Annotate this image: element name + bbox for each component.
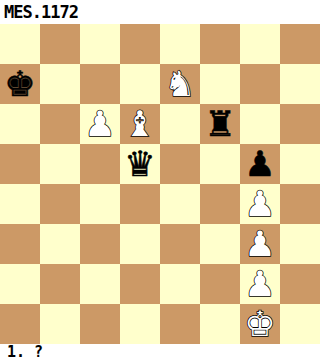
square-e4[interactable] [160, 184, 200, 224]
square-g8[interactable] [240, 24, 280, 64]
piece-black-king: ♚ [4, 64, 35, 104]
square-b2[interactable] [40, 264, 80, 304]
square-h1[interactable] [280, 304, 320, 344]
square-g3[interactable]: ♟ [240, 224, 280, 264]
square-g5[interactable]: ♟ [240, 144, 280, 184]
square-e2[interactable] [160, 264, 200, 304]
piece-white-king: ♚ [244, 304, 275, 344]
square-d3[interactable] [120, 224, 160, 264]
square-g2[interactable]: ♟ [240, 264, 280, 304]
square-a1[interactable] [0, 304, 40, 344]
square-f6[interactable]: ♜ [200, 104, 240, 144]
square-b6[interactable] [40, 104, 80, 144]
piece-white-bishop: ♝ [124, 104, 155, 144]
square-c1[interactable] [80, 304, 120, 344]
square-f8[interactable] [200, 24, 240, 64]
diagram-title: MES.1172 [4, 2, 78, 22]
square-d6[interactable]: ♝ [120, 104, 160, 144]
piece-black-queen: ♛ [124, 144, 155, 184]
square-a6[interactable] [0, 104, 40, 144]
piece-white-knight: ♞ [164, 64, 195, 104]
square-g7[interactable] [240, 64, 280, 104]
square-d8[interactable] [120, 24, 160, 64]
square-d4[interactable] [120, 184, 160, 224]
square-h6[interactable] [280, 104, 320, 144]
square-g1[interactable]: ♚ [240, 304, 280, 344]
square-a2[interactable] [0, 264, 40, 304]
square-a8[interactable] [0, 24, 40, 64]
square-b7[interactable] [40, 64, 80, 104]
square-d5[interactable]: ♛ [120, 144, 160, 184]
square-b5[interactable] [40, 144, 80, 184]
piece-white-pawn: ♟ [84, 104, 115, 144]
square-f7[interactable] [200, 64, 240, 104]
square-h3[interactable] [280, 224, 320, 264]
square-h8[interactable] [280, 24, 320, 64]
piece-black-rook: ♜ [204, 104, 235, 144]
square-f5[interactable] [200, 144, 240, 184]
square-f4[interactable] [200, 184, 240, 224]
piece-white-pawn: ♟ [244, 264, 275, 304]
square-h7[interactable] [280, 64, 320, 104]
chess-board: ♚♞♟♝♜♛♟♟♟♟♚ [0, 24, 320, 344]
square-c3[interactable] [80, 224, 120, 264]
square-f2[interactable] [200, 264, 240, 304]
square-a7[interactable]: ♚ [0, 64, 40, 104]
square-g6[interactable] [240, 104, 280, 144]
square-b1[interactable] [40, 304, 80, 344]
square-b4[interactable] [40, 184, 80, 224]
square-c5[interactable] [80, 144, 120, 184]
square-d7[interactable] [120, 64, 160, 104]
square-e1[interactable] [160, 304, 200, 344]
piece-black-pawn: ♟ [244, 144, 275, 184]
square-f1[interactable] [200, 304, 240, 344]
square-c2[interactable] [80, 264, 120, 304]
square-h4[interactable] [280, 184, 320, 224]
square-e5[interactable] [160, 144, 200, 184]
piece-white-pawn: ♟ [244, 224, 275, 264]
square-a3[interactable] [0, 224, 40, 264]
square-e7[interactable]: ♞ [160, 64, 200, 104]
square-g4[interactable]: ♟ [240, 184, 280, 224]
square-b3[interactable] [40, 224, 80, 264]
square-c7[interactable] [80, 64, 120, 104]
caption-bar: 1. ? [0, 344, 320, 360]
piece-white-pawn: ♟ [244, 184, 275, 224]
square-h2[interactable] [280, 264, 320, 304]
square-f3[interactable] [200, 224, 240, 264]
title-bar: MES.1172 [0, 0, 320, 24]
square-h5[interactable] [280, 144, 320, 184]
square-c6[interactable]: ♟ [80, 104, 120, 144]
square-e6[interactable] [160, 104, 200, 144]
square-e3[interactable] [160, 224, 200, 264]
square-d2[interactable] [120, 264, 160, 304]
square-e8[interactable] [160, 24, 200, 64]
square-d1[interactable] [120, 304, 160, 344]
square-a4[interactable] [0, 184, 40, 224]
square-c4[interactable] [80, 184, 120, 224]
square-c8[interactable] [80, 24, 120, 64]
square-b8[interactable] [40, 24, 80, 64]
move-prompt: 1. ? [7, 343, 43, 360]
square-a5[interactable] [0, 144, 40, 184]
